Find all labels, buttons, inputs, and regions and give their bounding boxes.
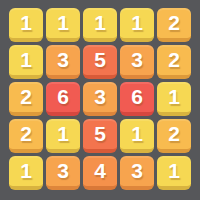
tile-r2c4[interactable]: 3 (120, 45, 154, 79)
tile-value: 6 (131, 86, 143, 107)
tile-value: 2 (168, 49, 180, 70)
tile-value: 5 (94, 123, 106, 144)
tile-r4c1[interactable]: 2 (9, 119, 43, 153)
tile-r5c4[interactable]: 3 (120, 156, 154, 190)
tile-value: 2 (20, 123, 32, 144)
tile-value: 1 (168, 160, 180, 181)
tile-r1c2[interactable]: 1 (46, 8, 80, 42)
tile-r2c5[interactable]: 2 (157, 45, 191, 79)
tile-r2c3[interactable]: 5 (83, 45, 117, 79)
tile-value: 1 (20, 160, 32, 181)
tile-value: 1 (57, 12, 69, 33)
tile-r4c4[interactable]: 1 (120, 119, 154, 153)
tile-r4c2[interactable]: 1 (46, 119, 80, 153)
tile-r5c2[interactable]: 3 (46, 156, 80, 190)
tile-value: 1 (131, 123, 143, 144)
tile-value: 1 (57, 123, 69, 144)
tile-value: 1 (168, 86, 180, 107)
tile-r3c5[interactable]: 1 (157, 82, 191, 116)
tile-value: 1 (131, 12, 143, 33)
tile-r4c3[interactable]: 5 (83, 119, 117, 153)
game-screen: 1111213532263612151213431 (0, 0, 200, 200)
tile-r5c3[interactable]: 4 (83, 156, 117, 190)
tile-value: 3 (57, 49, 69, 70)
tile-value: 2 (20, 86, 32, 107)
tile-value: 6 (57, 86, 69, 107)
tile-value: 3 (131, 49, 143, 70)
tile-r1c4[interactable]: 1 (120, 8, 154, 42)
tile-value: 5 (94, 49, 106, 70)
tile-r1c5[interactable]: 2 (157, 8, 191, 42)
tile-r1c3[interactable]: 1 (83, 8, 117, 42)
game-board: 1111213532263612151213431 (9, 8, 191, 190)
tile-value: 2 (168, 123, 180, 144)
tile-r3c3[interactable]: 3 (83, 82, 117, 116)
tile-r3c2[interactable]: 6 (46, 82, 80, 116)
tile-r5c5[interactable]: 1 (157, 156, 191, 190)
tile-r3c1[interactable]: 2 (9, 82, 43, 116)
tile-value: 2 (168, 12, 180, 33)
tile-value: 1 (20, 12, 32, 33)
tile-value: 4 (94, 160, 106, 181)
tile-r3c4[interactable]: 6 (120, 82, 154, 116)
tile-value: 3 (57, 160, 69, 181)
tile-r2c2[interactable]: 3 (46, 45, 80, 79)
tile-value: 1 (20, 49, 32, 70)
tile-r2c1[interactable]: 1 (9, 45, 43, 79)
tile-r4c5[interactable]: 2 (157, 119, 191, 153)
tile-value: 3 (94, 86, 106, 107)
tile-value: 1 (94, 12, 106, 33)
tile-value: 3 (131, 160, 143, 181)
tile-r5c1[interactable]: 1 (9, 156, 43, 190)
tile-r1c1[interactable]: 1 (9, 8, 43, 42)
